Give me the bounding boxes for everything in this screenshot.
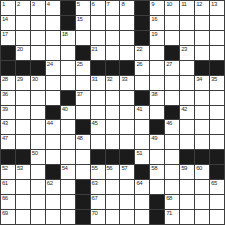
cell-r3c1[interactable]: 17	[1, 31, 15, 45]
cell-r14c11-block	[150, 195, 164, 209]
cell-r8c3[interactable]	[31, 106, 45, 120]
clue-number: 29	[17, 76, 23, 83]
clue-number: 12	[196, 1, 202, 8]
cell-r12c1[interactable]: 52	[1, 165, 15, 179]
cell-r2c13[interactable]	[180, 16, 194, 30]
cell-r8c1[interactable]: 39	[1, 106, 15, 120]
cell-r1c4[interactable]: 4	[46, 1, 60, 15]
cell-r12c11[interactable]: 58	[150, 165, 164, 179]
cell-r2c4[interactable]	[46, 16, 60, 30]
clue-number: 48	[77, 135, 83, 142]
cell-r14c13[interactable]	[180, 195, 194, 209]
cell-r9c4[interactable]: 44	[46, 120, 60, 134]
cell-r8c8[interactable]	[106, 106, 120, 120]
cell-r10c2[interactable]	[16, 135, 30, 149]
cell-r5c12[interactable]: 27	[165, 61, 179, 75]
cell-r12c12[interactable]	[165, 165, 179, 179]
cell-r12c9[interactable]: 57	[120, 165, 134, 179]
cell-r15c9[interactable]	[120, 210, 134, 224]
cell-r6c6[interactable]	[76, 76, 90, 90]
clue-number: 4	[47, 1, 50, 8]
cell-r3c6[interactable]	[76, 31, 90, 45]
cell-r4c9[interactable]	[120, 46, 134, 60]
cell-r1c13[interactable]: 11	[180, 1, 194, 15]
cell-r7c13[interactable]	[180, 91, 194, 105]
cell-r6c10[interactable]	[135, 76, 149, 90]
cell-r1c5-block	[61, 1, 75, 15]
clue-number: 64	[136, 180, 142, 187]
cell-r10c9[interactable]	[120, 135, 134, 149]
cell-r13c10[interactable]: 64	[135, 180, 149, 194]
cell-r6c14[interactable]: 34	[195, 76, 209, 90]
cell-r10c4[interactable]	[46, 135, 60, 149]
cell-r14c14[interactable]	[195, 195, 209, 209]
cell-r2c3[interactable]	[31, 16, 45, 30]
cell-r14c1[interactable]: 66	[1, 195, 15, 209]
cell-r1c6[interactable]: 5	[76, 1, 90, 15]
cell-r15c1[interactable]: 69	[1, 210, 15, 224]
clue-number: 52	[2, 165, 8, 172]
cell-r3c7[interactable]	[91, 31, 105, 45]
cell-r13c9[interactable]	[120, 180, 134, 194]
clue-number: 16	[151, 16, 157, 23]
cell-r5c3-block	[31, 61, 45, 75]
cell-r8c7[interactable]	[91, 106, 105, 120]
cell-r3c12[interactable]	[165, 31, 179, 45]
cell-r5c9-block	[120, 61, 134, 75]
clue-number: 45	[92, 120, 98, 127]
cell-r14c4[interactable]	[46, 195, 60, 209]
clue-number: 27	[166, 61, 172, 68]
cell-r8c2[interactable]	[16, 106, 30, 120]
cell-r15c10[interactable]	[135, 210, 149, 224]
cell-r4c5[interactable]	[61, 46, 75, 60]
clue-number: 32	[107, 76, 113, 83]
clue-number: 3	[32, 1, 35, 8]
clue-number: 69	[2, 210, 8, 217]
clue-number: 19	[151, 31, 157, 38]
cell-r14c8[interactable]	[106, 195, 120, 209]
cell-r8c4-block	[46, 106, 60, 120]
cell-r7c9[interactable]	[120, 91, 134, 105]
clue-number: 9	[151, 1, 154, 8]
clue-number: 63	[92, 180, 98, 187]
cell-r14c7[interactable]: 67	[91, 195, 105, 209]
cell-r4c11[interactable]	[150, 46, 164, 60]
cell-r12c14[interactable]: 60	[195, 165, 209, 179]
cell-r15c11-block	[150, 210, 164, 224]
cell-r7c6[interactable]: 37	[76, 91, 90, 105]
cell-r8c14[interactable]	[195, 106, 209, 120]
cell-r3c5[interactable]: 18	[61, 31, 75, 45]
clue-number: 35	[211, 76, 217, 83]
cell-r5c8-block	[106, 61, 120, 75]
cell-r5c11[interactable]	[150, 61, 164, 75]
clue-number: 20	[17, 46, 23, 53]
cell-r13c3[interactable]	[31, 180, 45, 194]
clue-number: 24	[47, 61, 53, 68]
cell-r7c8[interactable]	[106, 91, 120, 105]
clue-number: 11	[181, 1, 186, 8]
clue-number: 65	[211, 180, 217, 187]
clue-number: 60	[196, 165, 202, 172]
cell-r11c1-block	[1, 150, 15, 164]
clue-number: 21	[92, 46, 98, 53]
clue-number: 6	[92, 1, 95, 8]
cell-r10c8[interactable]	[106, 135, 120, 149]
cell-r6c9[interactable]: 33	[120, 76, 134, 90]
cell-r11c11[interactable]	[150, 150, 164, 164]
cell-r13c13[interactable]	[180, 180, 194, 194]
cell-r2c12[interactable]	[165, 16, 179, 30]
cell-r1c2[interactable]: 2	[16, 1, 30, 15]
cell-r8c12-block	[165, 106, 179, 120]
cell-r10c1[interactable]: 47	[1, 135, 15, 149]
clue-number: 59	[181, 165, 187, 172]
cell-r11c4[interactable]	[46, 150, 60, 164]
cell-r7c4[interactable]	[46, 91, 60, 105]
cell-r7c1[interactable]: 36	[1, 91, 15, 105]
cell-r10c13[interactable]	[180, 135, 194, 149]
cell-r12c2[interactable]: 53	[16, 165, 30, 179]
cell-r14c3[interactable]	[31, 195, 45, 209]
clue-number: 17	[2, 31, 8, 38]
cell-r4c10[interactable]: 22	[135, 46, 149, 60]
cell-r12c7[interactable]: 55	[91, 165, 105, 179]
cell-r6c5[interactable]	[61, 76, 75, 90]
cell-r11c12[interactable]	[165, 150, 179, 164]
cell-r10c14[interactable]	[195, 135, 209, 149]
cell-r4c4[interactable]	[46, 46, 60, 60]
cell-r12c8[interactable]: 56	[106, 165, 120, 179]
cell-r4c7[interactable]: 21	[91, 46, 105, 60]
cell-r7c12[interactable]	[165, 91, 179, 105]
cell-r3c13[interactable]	[180, 31, 194, 45]
clue-number: 50	[32, 150, 38, 157]
cell-r4c3[interactable]	[31, 46, 45, 60]
cell-r11c9-block	[120, 150, 134, 164]
cell-r15c5[interactable]	[61, 210, 75, 224]
clue-number: 49	[151, 135, 157, 142]
cell-r3c3[interactable]	[31, 31, 45, 45]
cell-r11c6[interactable]	[76, 150, 90, 164]
cell-r2c10-block	[135, 16, 149, 30]
clue-number: 58	[151, 165, 157, 172]
cell-r2c11[interactable]: 16	[150, 16, 164, 30]
cell-r13c8[interactable]	[106, 180, 120, 194]
cell-r13c6-block	[76, 180, 90, 194]
clue-number: 14	[2, 16, 8, 23]
cell-r9c5[interactable]	[61, 120, 75, 134]
cell-r4c13[interactable]: 23	[180, 46, 194, 60]
cell-r13c12[interactable]	[165, 180, 179, 194]
cell-r15c6-block	[76, 210, 90, 224]
clue-number: 39	[2, 106, 8, 113]
cell-r3c9[interactable]	[120, 31, 134, 45]
cell-r5c15-block	[210, 61, 224, 75]
cell-r13c14[interactable]	[195, 180, 209, 194]
cell-r7c15[interactable]	[210, 91, 224, 105]
cell-r1c14[interactable]: 12	[195, 1, 209, 15]
clue-number: 55	[92, 165, 98, 172]
cell-r3c11[interactable]: 19	[150, 31, 164, 45]
cell-r15c13[interactable]	[180, 210, 194, 224]
cell-r4c2[interactable]: 20	[16, 46, 30, 60]
cell-r1c7[interactable]: 6	[91, 1, 105, 15]
cell-r12c10-block	[135, 165, 149, 179]
clue-number: 68	[166, 195, 172, 202]
cell-r9c7[interactable]: 45	[91, 120, 105, 134]
cell-r8c10[interactable]: 41	[135, 106, 149, 120]
cell-r15c12[interactable]: 71	[165, 210, 179, 224]
cell-r7c7[interactable]	[91, 91, 105, 105]
cell-r3c4[interactable]	[46, 31, 60, 45]
cell-r9c13[interactable]	[180, 120, 194, 134]
cell-r13c11[interactable]	[150, 180, 164, 194]
cell-r6c2[interactable]: 29	[16, 76, 30, 90]
cell-r1c3[interactable]: 3	[31, 1, 45, 15]
cell-r11c13-block	[180, 150, 194, 164]
clue-number: 56	[107, 165, 113, 172]
clue-number: 33	[121, 76, 127, 83]
cell-r6c12[interactable]	[165, 76, 179, 90]
cell-r10c6[interactable]: 48	[76, 135, 90, 149]
clue-number: 44	[47, 120, 53, 127]
cell-r13c5[interactable]	[61, 180, 75, 194]
cell-r1c12[interactable]: 10	[165, 1, 179, 15]
cell-r11c14-block	[195, 150, 209, 164]
cell-r15c7[interactable]: 70	[91, 210, 105, 224]
clue-number: 43	[2, 120, 8, 127]
clue-number: 13	[211, 1, 217, 8]
clue-number: 46	[166, 120, 172, 127]
clue-number: 8	[121, 1, 124, 8]
clue-number: 47	[2, 135, 8, 142]
cell-r8c5[interactable]: 40	[61, 106, 75, 120]
cell-r9c14[interactable]	[195, 120, 209, 134]
clue-number: 22	[136, 46, 142, 53]
cell-r7c14[interactable]	[195, 91, 209, 105]
cell-r4c6-block	[76, 46, 90, 60]
cell-r9c2[interactable]	[16, 120, 30, 134]
cell-r1c9[interactable]: 8	[120, 1, 134, 15]
cell-r13c7[interactable]: 63	[91, 180, 105, 194]
cell-r15c8[interactable]	[106, 210, 120, 224]
clue-number: 5	[77, 1, 80, 8]
cell-r5c14-block	[195, 61, 209, 75]
cell-r3c15[interactable]	[210, 31, 224, 45]
cell-r9c9[interactable]	[120, 120, 134, 134]
cell-r4c1-block	[1, 46, 15, 60]
clue-number: 26	[136, 61, 142, 68]
cell-r15c14[interactable]	[195, 210, 209, 224]
cell-r14c9[interactable]	[120, 195, 134, 209]
cell-r2c5-block	[61, 16, 75, 30]
clue-number: 40	[62, 106, 68, 113]
cell-r6c8[interactable]: 32	[106, 76, 120, 90]
clue-number: 71	[166, 210, 172, 217]
cell-r12c15-block	[210, 165, 224, 179]
cell-r9c11-block	[150, 120, 164, 134]
cell-r10c5[interactable]	[61, 135, 75, 149]
cell-r2c8[interactable]	[106, 16, 120, 30]
cell-r3c10-block	[135, 31, 149, 45]
cell-r13c4[interactable]: 62	[46, 180, 60, 194]
cell-r2c1[interactable]: 14	[1, 16, 15, 30]
cell-r1c8[interactable]: 7	[106, 1, 120, 15]
clue-number: 2	[17, 1, 20, 8]
clue-number: 15	[77, 16, 83, 23]
clue-number: 67	[92, 195, 98, 202]
clue-number: 57	[121, 165, 127, 172]
clue-number: 7	[107, 1, 110, 8]
cell-r12c13[interactable]: 59	[180, 165, 194, 179]
cell-r9c1[interactable]: 43	[1, 120, 15, 134]
cell-r7c5-block	[61, 91, 75, 105]
cell-r7c2[interactable]	[16, 91, 30, 105]
cell-r1c11[interactable]: 9	[150, 1, 164, 15]
cell-r10c3[interactable]	[31, 135, 45, 149]
cell-r6c1[interactable]: 28	[1, 76, 15, 90]
cell-r15c15[interactable]	[210, 210, 224, 224]
cell-r12c6[interactable]	[76, 165, 90, 179]
clue-number: 10	[166, 1, 172, 8]
clue-number: 53	[17, 165, 23, 172]
cell-r9c12[interactable]: 46	[165, 120, 179, 134]
clue-number: 51	[136, 150, 142, 157]
cell-r5c5[interactable]	[61, 61, 75, 75]
cell-r5c1-block	[1, 61, 15, 75]
cell-r6c7[interactable]: 31	[91, 76, 105, 90]
cell-r9c15[interactable]	[210, 120, 224, 134]
cell-r10c11[interactable]: 49	[150, 135, 164, 149]
cell-r13c15[interactable]: 65	[210, 180, 224, 194]
clue-number: 36	[2, 91, 8, 98]
clue-number: 34	[196, 76, 202, 83]
cell-r5c6[interactable]: 25	[76, 61, 90, 75]
cell-r6c13[interactable]	[180, 76, 194, 90]
clue-number: 37	[77, 91, 83, 98]
cell-r10c10[interactable]	[135, 135, 149, 149]
cell-r8c11[interactable]	[150, 106, 164, 120]
clue-number: 38	[151, 91, 157, 98]
clue-number: 30	[32, 76, 38, 83]
cell-r10c12[interactable]	[165, 135, 179, 149]
cell-r14c10[interactable]	[135, 195, 149, 209]
cell-r3c14[interactable]	[195, 31, 209, 45]
cell-r3c8[interactable]	[106, 31, 120, 45]
cell-r12c5[interactable]: 54	[61, 165, 75, 179]
cell-r11c2-block	[16, 150, 30, 164]
clue-number: 66	[2, 195, 8, 202]
cell-r2c9[interactable]	[120, 16, 134, 30]
cell-r5c2-block	[16, 61, 30, 75]
cell-r2c15[interactable]	[210, 16, 224, 30]
cell-r15c3[interactable]	[31, 210, 45, 224]
cell-r4c8[interactable]	[106, 46, 120, 60]
cell-r14c15[interactable]	[210, 195, 224, 209]
cell-r8c9[interactable]	[120, 106, 134, 120]
cell-r11c5[interactable]	[61, 150, 75, 164]
clue-number: 54	[62, 165, 68, 172]
cell-r3c2[interactable]	[16, 31, 30, 45]
cell-r7c10-block	[135, 91, 149, 105]
cell-r5c13[interactable]	[180, 61, 194, 75]
cell-r8c6[interactable]	[76, 106, 90, 120]
cell-r6c4[interactable]	[46, 76, 60, 90]
clue-number: 41	[136, 106, 142, 113]
cell-r13c2[interactable]	[16, 180, 30, 194]
cell-r11c3[interactable]: 50	[31, 150, 45, 164]
clue-number: 42	[181, 106, 187, 113]
cell-r6c15[interactable]: 35	[210, 76, 224, 90]
cell-r8c13[interactable]: 42	[180, 106, 194, 120]
cell-r1c10-block	[135, 1, 149, 15]
cell-r2c6[interactable]: 15	[76, 16, 90, 30]
cell-r7c3[interactable]	[31, 91, 45, 105]
cell-r2c7[interactable]	[91, 16, 105, 30]
clue-number: 23	[181, 46, 187, 53]
clue-number: 62	[47, 180, 53, 187]
cell-r11c10[interactable]: 51	[135, 150, 149, 164]
cell-r2c14[interactable]	[195, 16, 209, 30]
cell-r9c3[interactable]	[31, 120, 45, 134]
cell-r1c15[interactable]: 13	[210, 1, 224, 15]
cell-r5c7-block	[91, 61, 105, 75]
cell-r9c10[interactable]	[135, 120, 149, 134]
cell-r8c15[interactable]	[210, 106, 224, 120]
cell-r11c8-block	[106, 150, 120, 164]
cell-r2c2[interactable]	[16, 16, 30, 30]
clue-number: 1	[2, 1, 5, 8]
cell-r15c4[interactable]	[46, 210, 60, 224]
cell-r10c15[interactable]	[210, 135, 224, 149]
clue-number: 70	[92, 210, 98, 217]
cell-r5c4[interactable]: 24	[46, 61, 60, 75]
clue-number: 28	[2, 76, 8, 83]
cell-r9c6-block	[76, 120, 90, 134]
cell-r14c12[interactable]: 68	[165, 195, 179, 209]
cell-r14c2[interactable]	[16, 195, 30, 209]
cell-r12c3[interactable]	[31, 165, 45, 179]
cell-r4c15[interactable]	[210, 46, 224, 60]
clue-number: 25	[77, 61, 83, 68]
cell-r14c5[interactable]	[61, 195, 75, 209]
cell-r11c15-block	[210, 150, 224, 164]
cell-r6c11[interactable]	[150, 76, 164, 90]
cell-r7c11[interactable]: 38	[150, 91, 164, 105]
cell-r4c12-block	[165, 46, 179, 60]
cell-r9c8[interactable]	[106, 120, 120, 134]
cell-r15c2[interactable]	[16, 210, 30, 224]
cell-r11c7-block	[91, 150, 105, 164]
cell-r12c4-block	[46, 165, 60, 179]
cell-r4c14[interactable]	[195, 46, 209, 60]
clue-number: 18	[62, 31, 68, 38]
cell-r5c10[interactable]: 26	[135, 61, 149, 75]
cell-r6c3[interactable]: 30	[31, 76, 45, 90]
cell-r10c7[interactable]	[91, 135, 105, 149]
clue-number: 61	[2, 180, 8, 187]
cell-r1c1[interactable]: 1	[1, 1, 15, 15]
crossword-grid: 1234567891011121314151617181920212223242…	[0, 0, 225, 225]
cell-r13c1[interactable]: 61	[1, 180, 15, 194]
cell-r14c6-block	[76, 195, 90, 209]
clue-number: 31	[92, 76, 98, 83]
